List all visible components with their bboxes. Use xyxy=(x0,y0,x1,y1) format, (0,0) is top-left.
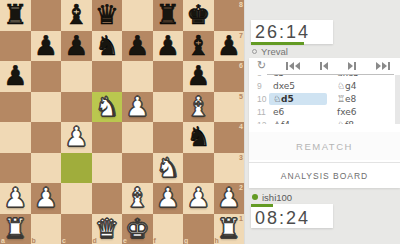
move-white[interactable]: ♗f4 xyxy=(269,120,333,125)
opponent-name[interactable]: Yreval xyxy=(261,46,288,57)
white-bishop[interactable]: ♝ xyxy=(183,92,214,123)
square-g8[interactable]: ♚ xyxy=(183,0,214,31)
square-e6[interactable] xyxy=(122,61,153,92)
square-f3[interactable]: ♞ xyxy=(153,153,184,184)
white-pawn[interactable]: ♟ xyxy=(214,183,245,214)
side-panel: 26:14 Yreval ↻ 8e5dxe59dxe5♘g410♘d5♖e811… xyxy=(244,0,400,244)
square-e1[interactable]: e♚ xyxy=(122,214,153,244)
square-h5[interactable]: 5 xyxy=(214,92,245,123)
square-h6[interactable]: 6 xyxy=(214,61,245,92)
white-pawn[interactable]: ♟ xyxy=(31,183,62,214)
square-c2[interactable] xyxy=(61,183,92,214)
rank-label-3: 3 xyxy=(239,154,243,161)
square-a6[interactable]: ♟ xyxy=(0,61,31,92)
square-f4[interactable] xyxy=(153,122,184,153)
white-pawn[interactable]: ♟ xyxy=(61,122,92,153)
square-a4[interactable] xyxy=(0,122,31,153)
square-e8[interactable] xyxy=(122,0,153,31)
white-rook[interactable]: ♜ xyxy=(0,214,31,244)
square-f8[interactable]: ♜ xyxy=(153,0,184,31)
move-black[interactable]: ♖e8 xyxy=(333,94,395,104)
last-move-icon[interactable] xyxy=(376,61,390,71)
file-label-c: c xyxy=(62,237,66,244)
move-list-scrollbar[interactable] xyxy=(395,75,400,124)
move-number: 9 xyxy=(249,81,269,91)
square-b3[interactable] xyxy=(31,153,62,184)
square-h7[interactable]: 7♟ xyxy=(214,31,245,62)
square-d1[interactable]: d♛ xyxy=(92,214,123,244)
move-black[interactable]: dxe5 xyxy=(333,75,395,78)
cycle-icon[interactable]: ↻ xyxy=(257,61,266,71)
move-list: 8e5dxe59dxe5♘g410♘d5♖e811e6fxe612♗f4♘f8 xyxy=(249,75,395,124)
square-f1[interactable]: f xyxy=(153,214,184,244)
white-pawn[interactable]: ♟ xyxy=(0,183,31,214)
white-king[interactable]: ♚ xyxy=(122,214,153,244)
player-time-bar xyxy=(251,204,273,207)
move-number: 12 xyxy=(249,120,269,125)
square-e4[interactable] xyxy=(122,122,153,153)
rank-label-5: 5 xyxy=(239,93,243,100)
player-row[interactable]: ishi100 xyxy=(252,191,292,203)
square-a7[interactable] xyxy=(0,31,31,62)
square-d6[interactable] xyxy=(92,61,123,92)
square-c1[interactable]: c xyxy=(61,214,92,244)
move-white[interactable]: e6 xyxy=(269,107,333,117)
player-clock-time: 08:24 xyxy=(251,204,333,229)
square-b5[interactable] xyxy=(31,92,62,123)
square-e7[interactable]: ♟ xyxy=(122,31,153,62)
offline-status-icon xyxy=(252,49,257,54)
black-pawn[interactable]: ♟ xyxy=(183,61,214,92)
move-black[interactable]: fxe6 xyxy=(333,107,395,117)
move-black[interactable]: ♘f8 xyxy=(333,120,395,125)
online-status-icon xyxy=(252,194,258,200)
player-name[interactable]: ishi100 xyxy=(262,192,292,203)
rank-label-6: 6 xyxy=(239,62,243,69)
square-c6[interactable] xyxy=(61,61,92,92)
black-rook[interactable]: ♜ xyxy=(0,0,31,31)
white-rook[interactable]: ♜ xyxy=(214,214,245,244)
white-pawn[interactable]: ♟ xyxy=(183,183,214,214)
white-bishop[interactable]: ♝ xyxy=(122,183,153,214)
square-f6[interactable] xyxy=(153,61,184,92)
black-queen[interactable]: ♛ xyxy=(92,0,123,31)
black-bishop[interactable]: ♝ xyxy=(61,0,92,31)
move-row: 12♗f4♘f8 xyxy=(249,118,395,124)
move-number: 11 xyxy=(249,107,269,117)
move-white[interactable]: e5 xyxy=(269,75,333,78)
move-list-card: ↻ 8e5dxe59dxe5♘g410♘d5♖e811e6fxe612♗f4♘f… xyxy=(249,58,400,188)
square-c4[interactable]: ♟ xyxy=(61,122,92,153)
square-g2[interactable]: ♟ xyxy=(183,183,214,214)
square-h1[interactable]: 1h♜ xyxy=(214,214,245,244)
square-d4[interactable] xyxy=(92,122,123,153)
rematch-button[interactable]: REMATCH xyxy=(249,132,400,160)
square-c7[interactable]: ♟ xyxy=(61,31,92,62)
square-b6[interactable] xyxy=(31,61,62,92)
black-pawn[interactable]: ♟ xyxy=(61,31,92,62)
white-pawn[interactable]: ♟ xyxy=(153,183,184,214)
square-g5[interactable]: ♝ xyxy=(183,92,214,123)
previous-move-icon[interactable] xyxy=(320,61,328,71)
square-g7[interactable]: ♝ xyxy=(183,31,214,62)
move-number: 10 xyxy=(249,94,269,104)
game-screen: ♜♝♛♜♚8♟♟♞♟♟♝7♟♟♟6♞♟♝5♟♞4♞3♟♟♝♟♟2♟a♜bcd♛e… xyxy=(0,0,400,244)
square-c8[interactable]: ♝ xyxy=(61,0,92,31)
black-knight[interactable]: ♞ xyxy=(183,122,214,153)
square-a8[interactable]: ♜ xyxy=(0,0,31,31)
first-move-icon[interactable] xyxy=(286,61,300,71)
opponent-player-row[interactable]: Yreval xyxy=(252,45,288,57)
square-h8[interactable]: 8 xyxy=(214,0,245,31)
square-a3[interactable] xyxy=(0,153,31,184)
square-f2[interactable]: ♟ xyxy=(153,183,184,214)
square-b1[interactable]: b xyxy=(31,214,62,244)
white-knight[interactable]: ♞ xyxy=(92,92,123,123)
black-pawn[interactable]: ♟ xyxy=(214,31,245,62)
square-d2[interactable] xyxy=(92,183,123,214)
square-g1[interactable]: g xyxy=(183,214,214,244)
square-e2[interactable]: ♝ xyxy=(122,183,153,214)
move-nav: ↻ xyxy=(249,58,400,74)
black-rook[interactable]: ♜ xyxy=(153,0,184,31)
square-d8[interactable]: ♛ xyxy=(92,0,123,31)
black-king[interactable]: ♚ xyxy=(183,0,214,31)
file-label-g: g xyxy=(184,237,188,244)
square-d5[interactable]: ♞ xyxy=(92,92,123,123)
move-row: 11e6fxe6 xyxy=(249,105,395,118)
square-e3[interactable] xyxy=(122,153,153,184)
square-g6[interactable]: ♟ xyxy=(183,61,214,92)
white-knight[interactable]: ♞ xyxy=(153,153,184,184)
opponent-clock-time: 26:14 xyxy=(251,20,333,43)
move-row: 10♘d5♖e8 xyxy=(249,92,395,105)
square-b4[interactable] xyxy=(31,122,62,153)
black-pawn[interactable]: ♟ xyxy=(122,31,153,62)
rank-label-4: 4 xyxy=(239,123,243,130)
move-row: 9dxe5♘g4 xyxy=(249,79,395,92)
square-g3[interactable] xyxy=(183,153,214,184)
square-d3[interactable] xyxy=(92,153,123,184)
square-a5[interactable] xyxy=(0,92,31,123)
current-move[interactable]: ♘d5 xyxy=(269,93,327,105)
square-d7[interactable]: ♞ xyxy=(92,31,123,62)
rank-label-8: 8 xyxy=(239,1,243,8)
white-pawn[interactable]: ♟ xyxy=(122,92,153,123)
move-white[interactable]: dxe5 xyxy=(269,81,333,91)
white-queen[interactable]: ♛ xyxy=(92,214,123,244)
square-e5[interactable]: ♟ xyxy=(122,92,153,123)
black-pawn[interactable]: ♟ xyxy=(31,31,62,62)
analysis-board-button[interactable]: ANALYSIS BOARD xyxy=(249,163,400,188)
opponent-clock: 26:14 xyxy=(251,20,333,44)
square-f5[interactable] xyxy=(153,92,184,123)
black-bishop[interactable]: ♝ xyxy=(183,31,214,62)
square-h2[interactable]: 2♟ xyxy=(214,183,245,214)
square-h4[interactable]: 4 xyxy=(214,122,245,153)
board: ♜♝♛♜♚8♟♟♞♟♟♝7♟♟♟6♞♟♝5♟♞4♞3♟♟♝♟♟2♟a♜bcd♛e… xyxy=(0,0,244,244)
black-knight[interactable]: ♞ xyxy=(92,31,123,62)
square-h3[interactable]: 3 xyxy=(214,153,245,184)
file-label-f: f xyxy=(154,237,156,244)
player-clock: 08:24 xyxy=(251,204,333,228)
next-move-icon[interactable] xyxy=(348,61,356,71)
move-black[interactable]: ♘g4 xyxy=(333,81,395,91)
square-b2[interactable]: ♟ xyxy=(31,183,62,214)
black-pawn[interactable]: ♟ xyxy=(153,31,184,62)
black-pawn[interactable]: ♟ xyxy=(0,61,31,92)
square-a2[interactable]: ♟ xyxy=(0,183,31,214)
square-c5[interactable] xyxy=(61,92,92,123)
square-b7[interactable]: ♟ xyxy=(31,31,62,62)
square-f7[interactable]: ♟ xyxy=(153,31,184,62)
square-b8[interactable] xyxy=(31,0,62,31)
square-c3[interactable] xyxy=(61,153,92,184)
move-number: 8 xyxy=(249,75,269,78)
file-label-b: b xyxy=(32,237,36,244)
square-g4[interactable]: ♞ xyxy=(183,122,214,153)
square-a1[interactable]: a♜ xyxy=(0,214,31,244)
move-white[interactable]: ♘d5 xyxy=(269,93,333,105)
